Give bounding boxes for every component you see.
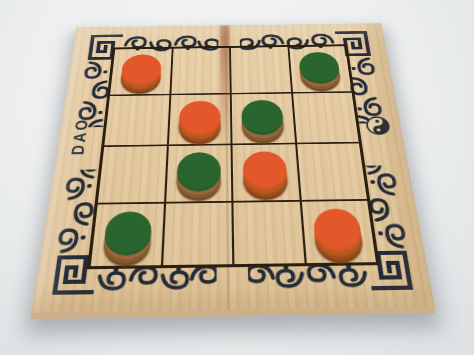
board-grid: ●●●●●●●● [87, 44, 380, 269]
board-title: DAO [67, 112, 93, 160]
orange-piece[interactable]: ● [308, 198, 367, 252]
cell-r3c4[interactable] [296, 143, 368, 201]
photo-background: DAO ●●●●●●●● [0, 0, 474, 355]
cell-r2c4[interactable] [292, 92, 360, 144]
green-piece[interactable]: ● [100, 201, 157, 255]
cell-r3c1[interactable] [97, 145, 168, 203]
green-piece[interactable]: ● [238, 91, 287, 134]
cell-r2c3[interactable]: ● [231, 92, 296, 144]
board-rotation-wrapper: DAO ●●●●●●●● [0, 0, 474, 355]
cell-r2c1[interactable] [103, 94, 170, 146]
cell-r1c2[interactable] [170, 47, 231, 94]
cell-r4c2[interactable] [161, 201, 233, 266]
green-piece[interactable]: ● [295, 45, 344, 84]
cell-r2c2[interactable]: ● [167, 93, 231, 145]
board-perspective-wrapper: DAO ●●●●●●●● [30, 23, 436, 319]
cell-r4c4[interactable]: ● [300, 199, 377, 264]
yin-yang-icon [364, 116, 393, 137]
cell-r4c1[interactable]: ● [90, 202, 165, 267]
dao-board: DAO ●●●●●●●● [30, 23, 436, 319]
cell-r1c3[interactable] [230, 46, 292, 93]
orange-piece[interactable]: ● [239, 142, 291, 190]
green-piece[interactable]: ● [173, 143, 224, 191]
cell-r1c1[interactable]: ● [109, 48, 172, 95]
orange-piece[interactable]: ● [117, 47, 165, 86]
cell-r4c3[interactable] [232, 200, 305, 265]
cell-r1c4[interactable]: ● [288, 46, 352, 93]
cell-r3c2[interactable]: ● [165, 144, 233, 202]
orange-piece[interactable]: ● [176, 92, 224, 135]
cell-r3c3[interactable]: ● [232, 143, 301, 201]
